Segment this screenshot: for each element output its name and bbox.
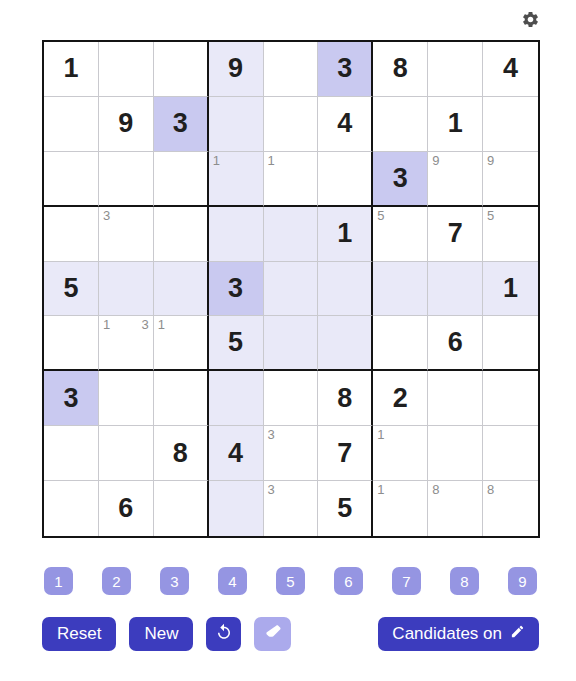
cell-r2c5[interactable] bbox=[264, 97, 319, 152]
sudoku-board: 1938493411139931575531131563828437163518… bbox=[42, 40, 540, 538]
cell-r1c9[interactable]: 4 bbox=[483, 42, 538, 97]
cell-candidates: 5 bbox=[487, 209, 534, 222]
cell-r2c9[interactable] bbox=[483, 97, 538, 152]
digit-button-3[interactable]: 3 bbox=[160, 567, 189, 595]
pencil-icon bbox=[510, 624, 525, 644]
cell-r8c9[interactable] bbox=[483, 426, 538, 481]
cell-r9c8[interactable]: 8 bbox=[428, 481, 483, 536]
cell-r1c1[interactable]: 1 bbox=[44, 42, 99, 97]
cell-candidates: 1 bbox=[377, 428, 423, 441]
sudoku-app: 1938493411139931575531131563828437163518… bbox=[0, 0, 576, 681]
cell-r7c1[interactable]: 3 bbox=[44, 371, 99, 426]
cell-r6c7[interactable] bbox=[373, 316, 428, 371]
cell-candidates: 8 bbox=[432, 483, 478, 496]
cell-r2c3[interactable]: 3 bbox=[154, 97, 209, 152]
cell-r2c2[interactable]: 9 bbox=[99, 97, 154, 152]
cell-r3c9[interactable]: 9 bbox=[483, 152, 538, 207]
cell-r3c8[interactable]: 9 bbox=[428, 152, 483, 207]
cell-value: 4 bbox=[228, 440, 243, 467]
cell-r3c5[interactable]: 1 bbox=[264, 152, 319, 207]
cell-value: 5 bbox=[63, 275, 78, 302]
cell-r5c2[interactable] bbox=[99, 262, 154, 317]
cell-r6c8[interactable]: 6 bbox=[428, 316, 483, 371]
cell-value: 1 bbox=[448, 110, 463, 137]
cell-r6c2[interactable]: 13 bbox=[99, 316, 154, 371]
cell-r4c5[interactable] bbox=[264, 207, 319, 262]
action-button-row: Reset New Candidates on bbox=[42, 617, 539, 651]
cell-r7c2[interactable] bbox=[99, 371, 154, 426]
cell-r9c4[interactable] bbox=[209, 481, 264, 536]
cell-value: 1 bbox=[63, 55, 78, 82]
cell-r7c8[interactable] bbox=[428, 371, 483, 426]
cell-r4c7[interactable]: 5 bbox=[373, 207, 428, 262]
cell-r8c8[interactable] bbox=[428, 426, 483, 481]
cell-r1c8[interactable] bbox=[428, 42, 483, 97]
cell-candidates: 9 bbox=[432, 154, 478, 167]
cell-candidates: 9 bbox=[487, 154, 534, 167]
cell-r8c3[interactable]: 8 bbox=[154, 426, 209, 481]
cell-value: 6 bbox=[118, 495, 133, 522]
cell-value: 6 bbox=[448, 329, 463, 356]
cell-value: 9 bbox=[118, 110, 133, 137]
cell-candidates: 1 bbox=[213, 154, 259, 167]
cell-r3c1[interactable] bbox=[44, 152, 99, 207]
cell-r8c5[interactable]: 3 bbox=[264, 426, 319, 481]
cell-value: 3 bbox=[393, 165, 408, 192]
candidates-toggle-label: Candidates on bbox=[392, 624, 502, 644]
cell-r7c3[interactable] bbox=[154, 371, 209, 426]
cell-r5c9[interactable]: 1 bbox=[483, 262, 538, 317]
cell-candidates: 3 bbox=[103, 209, 149, 222]
digit-button-row: 123456789 bbox=[44, 567, 537, 595]
cell-r9c1[interactable] bbox=[44, 481, 99, 536]
eraser-button[interactable] bbox=[254, 617, 291, 651]
cell-r1c4[interactable]: 9 bbox=[209, 42, 264, 97]
cell-candidates: 1 bbox=[158, 318, 203, 331]
cell-r2c7[interactable] bbox=[373, 97, 428, 152]
cell-r6c6[interactable] bbox=[318, 316, 373, 371]
cell-r5c8[interactable] bbox=[428, 262, 483, 317]
cell-r3c4[interactable]: 1 bbox=[209, 152, 264, 207]
cell-r6c9[interactable] bbox=[483, 316, 538, 371]
cell-r1c2[interactable] bbox=[99, 42, 154, 97]
cell-candidates: 1 bbox=[377, 483, 423, 496]
cell-r2c4[interactable] bbox=[209, 97, 264, 152]
cell-r4c1[interactable] bbox=[44, 207, 99, 262]
settings-button[interactable] bbox=[520, 11, 540, 31]
cell-r7c5[interactable] bbox=[264, 371, 319, 426]
cell-r5c1[interactable]: 5 bbox=[44, 262, 99, 317]
cell-value: 9 bbox=[228, 55, 243, 82]
cell-r9c9[interactable]: 8 bbox=[483, 481, 538, 536]
cell-r4c4[interactable] bbox=[209, 207, 264, 262]
cell-r9c2[interactable]: 6 bbox=[99, 481, 154, 536]
cell-value: 5 bbox=[228, 329, 243, 356]
cell-value: 1 bbox=[337, 220, 352, 247]
cell-r5c5[interactable] bbox=[264, 262, 319, 317]
cell-r9c7[interactable]: 1 bbox=[373, 481, 428, 536]
digit-button-5[interactable]: 5 bbox=[276, 567, 305, 595]
cell-value: 3 bbox=[228, 275, 243, 302]
cell-value: 3 bbox=[63, 385, 78, 412]
candidates-toggle-button[interactable]: Candidates on bbox=[378, 617, 539, 651]
cell-candidates: 13 bbox=[103, 318, 149, 331]
cell-r8c1[interactable] bbox=[44, 426, 99, 481]
digit-button-1[interactable]: 1 bbox=[44, 567, 73, 595]
cell-r1c7[interactable]: 8 bbox=[373, 42, 428, 97]
cell-r7c6[interactable]: 8 bbox=[318, 371, 373, 426]
cell-r4c2[interactable]: 3 bbox=[99, 207, 154, 262]
cell-r2c8[interactable]: 1 bbox=[428, 97, 483, 152]
cell-r8c7[interactable]: 1 bbox=[373, 426, 428, 481]
cell-value: 8 bbox=[173, 440, 188, 467]
cell-candidates: 3 bbox=[268, 428, 314, 441]
cell-r8c4[interactable]: 4 bbox=[209, 426, 264, 481]
cell-r9c6[interactable]: 5 bbox=[318, 481, 373, 536]
cell-r8c2[interactable] bbox=[99, 426, 154, 481]
gear-icon bbox=[521, 10, 540, 32]
cell-r1c6[interactable]: 3 bbox=[318, 42, 373, 97]
digit-button-4[interactable]: 4 bbox=[218, 567, 247, 595]
cell-value: 8 bbox=[393, 55, 408, 82]
cell-candidates: 3 bbox=[268, 483, 314, 496]
digit-button-8[interactable]: 8 bbox=[450, 567, 479, 595]
new-button[interactable]: New bbox=[129, 617, 193, 651]
cell-value: 3 bbox=[173, 110, 188, 137]
undo-button[interactable] bbox=[206, 617, 241, 651]
eraser-icon bbox=[264, 623, 282, 646]
cell-r6c3[interactable]: 1 bbox=[154, 316, 209, 371]
cell-value: 7 bbox=[448, 220, 463, 247]
cell-r5c3[interactable] bbox=[154, 262, 209, 317]
cell-value: 8 bbox=[337, 385, 352, 412]
cell-r4c9[interactable]: 5 bbox=[483, 207, 538, 262]
cell-r7c4[interactable] bbox=[209, 371, 264, 426]
reset-button[interactable]: Reset bbox=[42, 617, 116, 651]
cell-r4c6[interactable]: 1 bbox=[318, 207, 373, 262]
cell-value: 4 bbox=[337, 110, 352, 137]
cell-r4c8[interactable]: 7 bbox=[428, 207, 483, 262]
cell-r9c5[interactable]: 3 bbox=[264, 481, 319, 536]
cell-value: 5 bbox=[337, 495, 352, 522]
cell-r6c1[interactable] bbox=[44, 316, 99, 371]
cell-candidates: 5 bbox=[377, 209, 423, 222]
cell-r3c2[interactable] bbox=[99, 152, 154, 207]
cell-r7c9[interactable] bbox=[483, 371, 538, 426]
cell-r3c7[interactable]: 3 bbox=[373, 152, 428, 207]
cell-value: 1 bbox=[503, 275, 518, 302]
cell-r2c1[interactable] bbox=[44, 97, 99, 152]
digit-button-9[interactable]: 9 bbox=[508, 567, 537, 595]
cell-r5c4[interactable]: 3 bbox=[209, 262, 264, 317]
cell-value: 2 bbox=[393, 385, 408, 412]
cell-r5c6[interactable] bbox=[318, 262, 373, 317]
cell-r9c3[interactable] bbox=[154, 481, 209, 536]
cell-r5c7[interactable] bbox=[373, 262, 428, 317]
cell-candidates: 8 bbox=[487, 483, 534, 496]
cell-r4c3[interactable] bbox=[154, 207, 209, 262]
cell-value: 7 bbox=[337, 440, 352, 467]
cell-r8c6[interactable]: 7 bbox=[318, 426, 373, 481]
cell-r3c3[interactable] bbox=[154, 152, 209, 207]
cell-candidates: 1 bbox=[268, 154, 314, 167]
cell-r1c3[interactable] bbox=[154, 42, 209, 97]
digit-button-2[interactable]: 2 bbox=[102, 567, 131, 595]
cell-r1c5[interactable] bbox=[264, 42, 319, 97]
digit-button-7[interactable]: 7 bbox=[392, 567, 421, 595]
cell-r7c7[interactable]: 2 bbox=[373, 371, 428, 426]
cell-r3c6[interactable] bbox=[318, 152, 373, 207]
digit-button-6[interactable]: 6 bbox=[334, 567, 363, 595]
cell-value: 3 bbox=[337, 55, 352, 82]
cell-value: 4 bbox=[503, 55, 518, 82]
cell-r6c5[interactable] bbox=[264, 316, 319, 371]
cell-r6c4[interactable]: 5 bbox=[209, 316, 264, 371]
undo-icon bbox=[215, 623, 233, 646]
cell-r2c6[interactable]: 4 bbox=[318, 97, 373, 152]
